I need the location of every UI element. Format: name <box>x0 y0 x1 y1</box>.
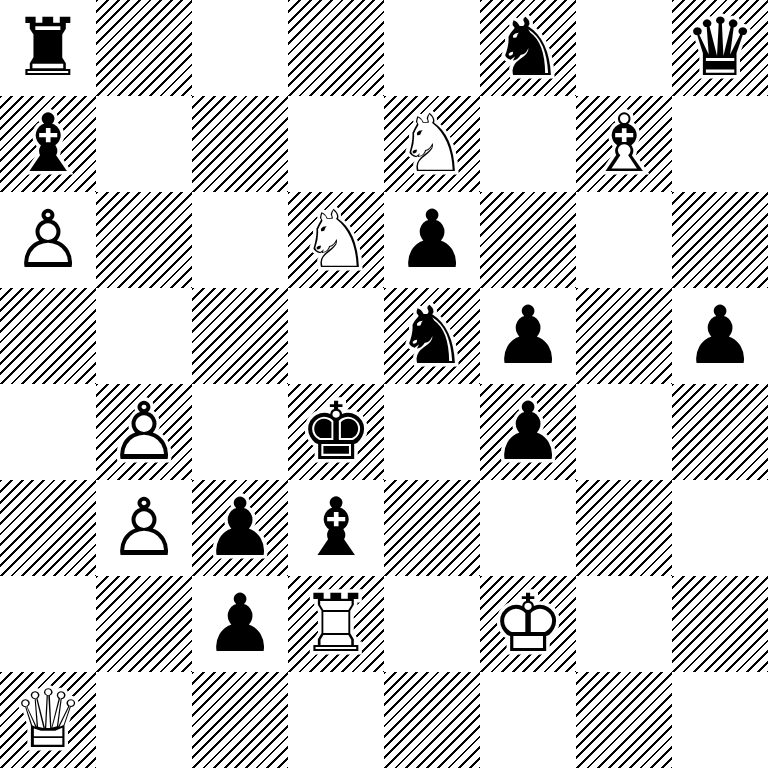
black-rook-piece: ♜♜ <box>0 0 96 96</box>
square-e8[interactable] <box>384 0 480 96</box>
square-b3[interactable]: ♟♙ <box>96 480 192 576</box>
white-pawn-piece: ♟♙ <box>96 384 192 480</box>
square-d4[interactable]: ♚♚ <box>288 384 384 480</box>
black-knight-glyph: ♞ <box>492 0 564 96</box>
square-b4[interactable]: ♟♙ <box>96 384 192 480</box>
square-b8[interactable] <box>96 0 192 96</box>
square-c2[interactable]: ♟♟ <box>192 576 288 672</box>
square-f3[interactable] <box>480 480 576 576</box>
square-e1[interactable] <box>384 672 480 768</box>
white-rook-piece: ♜♖ <box>288 576 384 672</box>
black-pawn-piece: ♟♟ <box>480 384 576 480</box>
black-king-glyph: ♚ <box>300 384 372 480</box>
white-queen-piece: ♛♕ <box>0 672 96 768</box>
square-g2[interactable] <box>576 576 672 672</box>
square-h4[interactable] <box>672 384 768 480</box>
square-g4[interactable] <box>576 384 672 480</box>
square-g1[interactable] <box>576 672 672 768</box>
white-knight-piece: ♞♘ <box>288 192 384 288</box>
square-c8[interactable] <box>192 0 288 96</box>
chess-board: ♜♜♞♞♛♛♝♝♞♘♝♗♟♙♞♘♟♟♞♞♟♟♟♟♟♙♚♚♟♟♟♙♟♟♝♝♟♟♜♖… <box>0 0 768 768</box>
black-pawn-piece: ♟♟ <box>384 192 480 288</box>
square-f1[interactable] <box>480 672 576 768</box>
square-h6[interactable] <box>672 192 768 288</box>
square-d6[interactable]: ♞♘ <box>288 192 384 288</box>
square-b7[interactable] <box>96 96 192 192</box>
square-h1[interactable] <box>672 672 768 768</box>
white-knight-glyph: ♘ <box>396 96 468 192</box>
white-rook-glyph: ♖ <box>300 576 372 672</box>
square-f5[interactable]: ♟♟ <box>480 288 576 384</box>
square-c1[interactable] <box>192 672 288 768</box>
square-g7[interactable]: ♝♗ <box>576 96 672 192</box>
black-bishop-glyph: ♝ <box>12 96 84 192</box>
black-knight-piece: ♞♞ <box>384 288 480 384</box>
white-king-glyph: ♔ <box>492 576 564 672</box>
black-pawn-glyph: ♟ <box>204 480 276 576</box>
black-pawn-glyph: ♟ <box>492 384 564 480</box>
square-c4[interactable] <box>192 384 288 480</box>
black-queen-piece: ♛♛ <box>672 0 768 96</box>
white-knight-piece: ♞♘ <box>384 96 480 192</box>
black-bishop-piece: ♝♝ <box>0 96 96 192</box>
square-e2[interactable] <box>384 576 480 672</box>
square-d3[interactable]: ♝♝ <box>288 480 384 576</box>
square-h5[interactable]: ♟♟ <box>672 288 768 384</box>
square-e3[interactable] <box>384 480 480 576</box>
black-pawn-piece: ♟♟ <box>480 288 576 384</box>
square-e4[interactable] <box>384 384 480 480</box>
square-h8[interactable]: ♛♛ <box>672 0 768 96</box>
square-c3[interactable]: ♟♟ <box>192 480 288 576</box>
black-pawn-glyph: ♟ <box>204 576 276 672</box>
white-pawn-piece: ♟♙ <box>0 192 96 288</box>
black-pawn-glyph: ♟ <box>684 288 756 384</box>
square-b5[interactable] <box>96 288 192 384</box>
black-bishop-piece: ♝♝ <box>288 480 384 576</box>
black-pawn-piece: ♟♟ <box>192 576 288 672</box>
white-pawn-glyph: ♙ <box>108 480 180 576</box>
square-f8[interactable]: ♞♞ <box>480 0 576 96</box>
black-pawn-piece: ♟♟ <box>672 288 768 384</box>
black-king-piece: ♚♚ <box>288 384 384 480</box>
white-bishop-glyph: ♗ <box>588 96 660 192</box>
square-b6[interactable] <box>96 192 192 288</box>
black-bishop-glyph: ♝ <box>300 480 372 576</box>
black-pawn-glyph: ♟ <box>396 192 468 288</box>
square-a8[interactable]: ♜♜ <box>0 0 96 96</box>
square-f4[interactable]: ♟♟ <box>480 384 576 480</box>
square-h2[interactable] <box>672 576 768 672</box>
square-d5[interactable] <box>288 288 384 384</box>
square-b1[interactable] <box>96 672 192 768</box>
black-pawn-glyph: ♟ <box>492 288 564 384</box>
square-d2[interactable]: ♜♖ <box>288 576 384 672</box>
square-d7[interactable] <box>288 96 384 192</box>
square-f2[interactable]: ♚♔ <box>480 576 576 672</box>
square-c7[interactable] <box>192 96 288 192</box>
black-queen-glyph: ♛ <box>684 0 756 96</box>
square-g8[interactable] <box>576 0 672 96</box>
white-knight-glyph: ♘ <box>300 192 372 288</box>
black-pawn-piece: ♟♟ <box>192 480 288 576</box>
white-king-piece: ♚♔ <box>480 576 576 672</box>
square-f7[interactable] <box>480 96 576 192</box>
square-d1[interactable] <box>288 672 384 768</box>
square-h3[interactable] <box>672 480 768 576</box>
white-queen-glyph: ♕ <box>12 672 84 768</box>
square-e6[interactable]: ♟♟ <box>384 192 480 288</box>
square-a4[interactable] <box>0 384 96 480</box>
square-a3[interactable] <box>0 480 96 576</box>
square-a1[interactable]: ♛♕ <box>0 672 96 768</box>
square-a5[interactable] <box>0 288 96 384</box>
square-d8[interactable] <box>288 0 384 96</box>
square-g3[interactable] <box>576 480 672 576</box>
square-b2[interactable] <box>96 576 192 672</box>
square-e5[interactable]: ♞♞ <box>384 288 480 384</box>
square-h7[interactable] <box>672 96 768 192</box>
square-f6[interactable] <box>480 192 576 288</box>
black-knight-piece: ♞♞ <box>480 0 576 96</box>
white-pawn-glyph: ♙ <box>108 384 180 480</box>
square-e7[interactable]: ♞♘ <box>384 96 480 192</box>
square-c6[interactable] <box>192 192 288 288</box>
black-knight-glyph: ♞ <box>396 288 468 384</box>
square-a6[interactable]: ♟♙ <box>0 192 96 288</box>
square-a7[interactable]: ♝♝ <box>0 96 96 192</box>
square-a2[interactable] <box>0 576 96 672</box>
square-g5[interactable] <box>576 288 672 384</box>
white-pawn-piece: ♟♙ <box>96 480 192 576</box>
white-bishop-piece: ♝♗ <box>576 96 672 192</box>
white-pawn-glyph: ♙ <box>12 192 84 288</box>
square-c5[interactable] <box>192 288 288 384</box>
black-rook-glyph: ♜ <box>12 0 84 96</box>
square-g6[interactable] <box>576 192 672 288</box>
